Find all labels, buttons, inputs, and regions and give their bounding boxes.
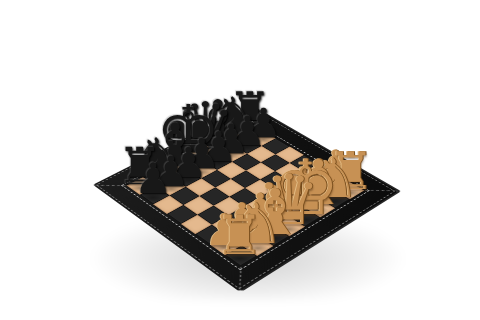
- scene: ♜♞♝♚♛♝♞♜♟♟♟♟♟♟♟♟♟♟♟♟♟♟♟♟♜♞♝♛♚♝♞♜: [0, 0, 480, 320]
